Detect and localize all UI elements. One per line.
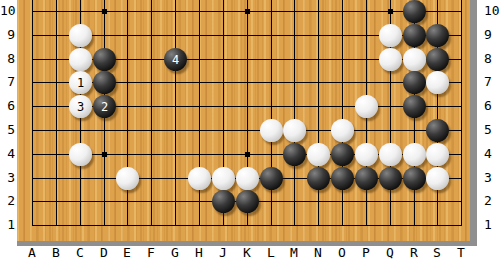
column-label-a: A — [22, 246, 42, 260]
stone-white-k3[interactable] — [236, 167, 259, 190]
stone-white-s3[interactable] — [426, 167, 449, 190]
grid-line-vertical — [32, 0, 33, 226]
stone-black-s8[interactable] — [426, 48, 449, 71]
stone-black-m4[interactable] — [283, 143, 306, 166]
go-board[interactable]: 4132 — [17, 0, 470, 241]
stone-white-q4[interactable] — [379, 143, 402, 166]
row-label-right-2: 2 — [481, 193, 500, 209]
row-label-right-6: 6 — [481, 98, 500, 114]
stone-white-q9[interactable] — [379, 24, 402, 47]
stone-black-d8[interactable] — [93, 48, 116, 71]
star-point-d4 — [102, 152, 107, 157]
stone-black-o3[interactable] — [331, 167, 354, 190]
stone-black-l3[interactable] — [260, 167, 283, 190]
stone-white-j3[interactable] — [212, 167, 235, 190]
column-label-k: K — [237, 246, 257, 260]
stone-black-n3[interactable] — [307, 167, 330, 190]
stone-black-d7[interactable] — [93, 71, 116, 94]
column-label-h: H — [189, 246, 209, 260]
column-label-q: Q — [380, 246, 400, 260]
stone-black-r9[interactable] — [403, 24, 426, 47]
column-label-e: E — [117, 246, 137, 260]
stone-white-c4[interactable] — [69, 143, 92, 166]
stone-white-c7[interactable]: 1 — [69, 71, 92, 94]
row-label-left-7: 7 — [0, 74, 15, 90]
row-label-right-7: 7 — [481, 74, 500, 90]
row-label-left-1: 1 — [0, 217, 15, 233]
stone-black-d6[interactable]: 2 — [93, 95, 116, 118]
row-label-right-3: 3 — [481, 170, 500, 186]
row-label-left-6: 6 — [0, 98, 15, 114]
row-label-right-5: 5 — [481, 122, 500, 138]
page: 4132 10987654321 10987654321 ABCDEFGHJKL… — [0, 0, 500, 260]
column-label-f: F — [141, 246, 161, 260]
grid-line-vertical — [199, 0, 200, 226]
grid-line-vertical — [318, 0, 319, 226]
stone-white-e3[interactable] — [116, 167, 139, 190]
grid-line-vertical — [342, 0, 343, 226]
column-label-b: B — [46, 246, 66, 260]
stone-white-o5[interactable] — [331, 119, 354, 142]
column-label-g: G — [165, 246, 185, 260]
stone-black-q3[interactable] — [379, 167, 402, 190]
row-label-right-1: 1 — [481, 217, 500, 233]
star-point-k4 — [245, 152, 250, 157]
stone-white-c9[interactable] — [69, 24, 92, 47]
stone-black-s9[interactable] — [426, 24, 449, 47]
column-label-j: J — [213, 246, 233, 260]
stone-black-s5[interactable] — [426, 119, 449, 142]
row-label-left-10: 10 — [0, 3, 15, 19]
grid-line-vertical — [151, 0, 152, 226]
stone-white-p4[interactable] — [355, 143, 378, 166]
stone-black-r6[interactable] — [403, 95, 426, 118]
stone-white-h3[interactable] — [188, 167, 211, 190]
stone-black-r3[interactable] — [403, 167, 426, 190]
stone-white-r4[interactable] — [403, 143, 426, 166]
grid-line-vertical — [127, 0, 128, 226]
stone-white-c6[interactable]: 3 — [69, 95, 92, 118]
column-label-s: S — [427, 246, 447, 260]
grid-line-vertical — [461, 0, 462, 226]
stone-white-n4[interactable] — [307, 143, 330, 166]
row-label-right-9: 9 — [481, 27, 500, 43]
grid-line-vertical — [56, 0, 57, 226]
column-label-l: L — [261, 246, 281, 260]
column-label-r: R — [404, 246, 424, 260]
column-label-d: D — [94, 246, 114, 260]
column-label-m: M — [284, 246, 304, 260]
stone-white-p6[interactable] — [355, 95, 378, 118]
stone-white-q8[interactable] — [379, 48, 402, 71]
move-number: 2 — [101, 101, 108, 113]
star-point-q10 — [388, 9, 393, 14]
column-label-o: O — [332, 246, 352, 260]
row-label-right-8: 8 — [481, 51, 500, 67]
stone-white-c8[interactable] — [69, 48, 92, 71]
row-label-right-4: 4 — [481, 146, 500, 162]
grid-line-vertical — [271, 0, 272, 226]
stone-black-g8[interactable]: 4 — [164, 48, 187, 71]
row-label-left-9: 9 — [0, 27, 15, 43]
star-point-d10 — [102, 9, 107, 14]
stone-black-r10[interactable] — [403, 0, 426, 23]
column-label-c: C — [70, 246, 90, 260]
grid-line-vertical — [175, 0, 176, 226]
grid-line-vertical — [294, 0, 295, 226]
star-point-k10 — [245, 9, 250, 14]
column-label-p: P — [356, 246, 376, 260]
row-label-left-8: 8 — [0, 51, 15, 67]
stone-black-p3[interactable] — [355, 167, 378, 190]
move-number: 3 — [77, 101, 84, 113]
stone-white-m5[interactable] — [283, 119, 306, 142]
row-label-left-3: 3 — [0, 170, 15, 186]
move-number: 1 — [77, 77, 84, 89]
stone-white-s7[interactable] — [426, 71, 449, 94]
column-label-n: N — [308, 246, 328, 260]
stone-white-r8[interactable] — [403, 48, 426, 71]
row-label-right-10: 10 — [481, 3, 500, 19]
row-label-left-5: 5 — [0, 122, 15, 138]
stone-black-j2[interactable] — [212, 190, 235, 213]
stone-black-k2[interactable] — [236, 190, 259, 213]
stone-white-l5[interactable] — [260, 119, 283, 142]
stone-black-o4[interactable] — [331, 143, 354, 166]
column-label-t: T — [451, 246, 471, 260]
move-number: 4 — [172, 54, 179, 66]
stone-black-r7[interactable] — [403, 71, 426, 94]
stone-white-s4[interactable] — [426, 143, 449, 166]
row-label-left-4: 4 — [0, 146, 15, 162]
row-label-left-2: 2 — [0, 193, 15, 209]
